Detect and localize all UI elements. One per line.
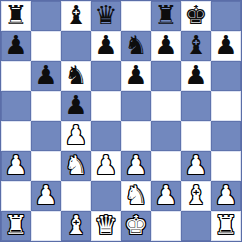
white-queen: ♛ [94,212,117,238]
white-knight: ♞ [64,152,87,178]
chess-board: ♜ ♝ ♛ ♜ ♚ ♟ ♟ ♞ ♟ ♝ ♟ ♟ ♞ ♟ ♟ ♟ ♟ ♟ ♞ ♟ … [0,0,242,242]
square-g2[interactable]: ♝ [181,181,211,211]
square-e1[interactable]: ♚ [121,211,151,241]
square-f2[interactable]: ♟ [151,181,181,211]
white-pawn: ♟ [94,152,117,178]
black-pawn: ♟ [214,32,237,58]
square-a4[interactable] [1,121,31,151]
square-c4[interactable]: ♟ [61,121,91,151]
square-c8[interactable]: ♝ [61,1,91,31]
square-c1[interactable]: ♝ [61,211,91,241]
square-f1[interactable] [151,211,181,241]
square-g4[interactable] [181,121,211,151]
black-rook: ♜ [154,2,177,28]
square-g5[interactable] [181,91,211,121]
square-f3[interactable] [151,151,181,181]
black-king: ♚ [184,2,207,28]
square-h8[interactable] [211,1,241,31]
white-pawn: ♟ [34,182,57,208]
square-h4[interactable] [211,121,241,151]
square-f6[interactable] [151,61,181,91]
black-pawn: ♟ [124,62,147,88]
square-h3[interactable] [211,151,241,181]
white-bishop: ♝ [184,182,207,208]
square-a2[interactable] [1,181,31,211]
black-bishop: ♝ [184,32,207,58]
square-d1[interactable]: ♛ [91,211,121,241]
square-e7[interactable]: ♞ [121,31,151,61]
square-e5[interactable] [121,91,151,121]
square-f7[interactable]: ♟ [151,31,181,61]
square-d4[interactable] [91,121,121,151]
square-h6[interactable] [211,61,241,91]
white-rook: ♜ [214,212,237,238]
black-queen: ♛ [94,2,117,28]
square-f8[interactable]: ♜ [151,1,181,31]
square-g6[interactable]: ♟ [181,61,211,91]
white-pawn: ♟ [154,182,177,208]
square-f5[interactable] [151,91,181,121]
white-rook: ♜ [4,212,27,238]
black-pawn: ♟ [154,32,177,58]
square-c7[interactable] [61,31,91,61]
square-a6[interactable] [1,61,31,91]
square-h7[interactable]: ♟ [211,31,241,61]
square-c2[interactable] [61,181,91,211]
square-d2[interactable] [91,181,121,211]
square-b6[interactable]: ♟ [31,61,61,91]
black-rook: ♜ [4,2,27,28]
square-d7[interactable]: ♟ [91,31,121,61]
square-a1[interactable]: ♜ [1,211,31,241]
square-g8[interactable]: ♚ [181,1,211,31]
square-e2[interactable]: ♞ [121,181,151,211]
black-pawn: ♟ [4,32,27,58]
square-b7[interactable] [31,31,61,61]
square-b4[interactable] [31,121,61,151]
square-a8[interactable]: ♜ [1,1,31,31]
white-pawn: ♟ [64,122,87,148]
square-b3[interactable] [31,151,61,181]
white-pawn: ♟ [214,182,237,208]
square-d5[interactable] [91,91,121,121]
square-e3[interactable]: ♟ [121,151,151,181]
square-d6[interactable] [91,61,121,91]
square-g3[interactable]: ♟ [181,151,211,181]
square-a7[interactable]: ♟ [1,31,31,61]
square-b2[interactable]: ♟ [31,181,61,211]
black-pawn: ♟ [64,92,87,118]
white-knight: ♞ [124,182,147,208]
square-e4[interactable] [121,121,151,151]
white-bishop: ♝ [64,212,87,238]
white-pawn: ♟ [4,152,27,178]
square-g7[interactable]: ♝ [181,31,211,61]
black-pawn: ♟ [94,32,117,58]
square-c3[interactable]: ♞ [61,151,91,181]
black-knight: ♞ [124,32,147,58]
white-pawn: ♟ [124,152,147,178]
square-c6[interactable]: ♞ [61,61,91,91]
black-pawn: ♟ [184,62,207,88]
square-d8[interactable]: ♛ [91,1,121,31]
square-a5[interactable] [1,91,31,121]
black-bishop: ♝ [64,2,87,28]
square-b1[interactable] [31,211,61,241]
square-c5[interactable]: ♟ [61,91,91,121]
square-e6[interactable]: ♟ [121,61,151,91]
square-f4[interactable] [151,121,181,151]
black-knight: ♞ [64,62,87,88]
square-h5[interactable] [211,91,241,121]
black-pawn: ♟ [34,62,57,88]
square-a3[interactable]: ♟ [1,151,31,181]
square-b8[interactable] [31,1,61,31]
white-pawn: ♟ [184,152,207,178]
square-h2[interactable]: ♟ [211,181,241,211]
white-king: ♚ [124,212,147,238]
square-e8[interactable] [121,1,151,31]
square-b5[interactable] [31,91,61,121]
square-h1[interactable]: ♜ [211,211,241,241]
square-d3[interactable]: ♟ [91,151,121,181]
square-g1[interactable] [181,211,211,241]
